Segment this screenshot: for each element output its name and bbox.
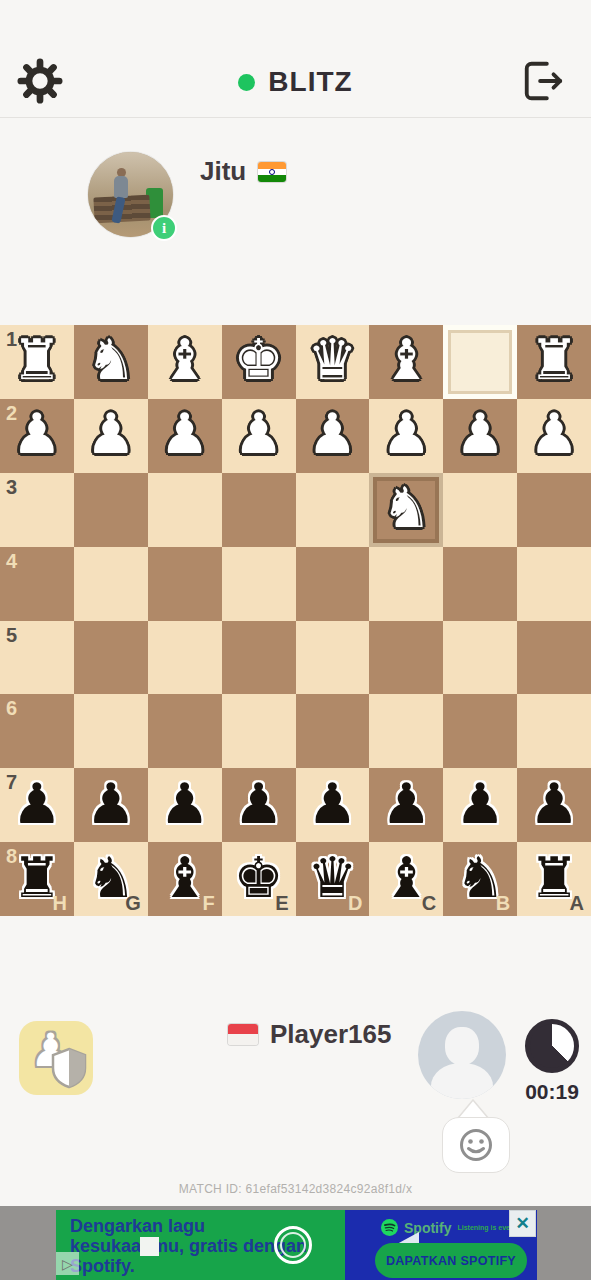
square-b8[interactable]: B♞: [443, 842, 517, 916]
spotify-logo-icon: [381, 1219, 398, 1236]
ad-left-panel: Dengarkan lagu kesukaanmu, gratis dengan…: [56, 1210, 345, 1280]
square-h4[interactable]: 4: [0, 547, 74, 621]
square-d5[interactable]: [296, 621, 370, 695]
square-e8[interactable]: E♚: [222, 842, 296, 916]
player-name-row: Player165: [228, 1019, 391, 1050]
square-d4[interactable]: [296, 547, 370, 621]
player-clock: 00:19: [514, 1080, 590, 1104]
white-bishop: ♝: [381, 332, 431, 388]
white-pawn: ♟: [86, 406, 136, 462]
black-pawn: ♟: [455, 776, 505, 832]
square-b5[interactable]: [443, 621, 517, 695]
file-label: E: [275, 893, 288, 913]
square-h8[interactable]: 8H♜: [0, 842, 74, 916]
white-knight: ♞: [86, 332, 136, 388]
white-rook: ♜: [12, 332, 62, 388]
adchoices-icon[interactable]: ▷: [56, 1252, 79, 1275]
mode-title: BLITZ: [268, 66, 352, 98]
ad-close-button[interactable]: ✕: [509, 1210, 536, 1237]
black-pawn: ♟: [233, 776, 283, 832]
square-d3[interactable]: [296, 473, 370, 547]
square-c4[interactable]: [369, 547, 443, 621]
square-b4[interactable]: [443, 547, 517, 621]
avatar-photo-person: [114, 176, 128, 198]
black-pawn: ♟: [12, 776, 62, 832]
black-pawn: ♟: [160, 776, 210, 832]
square-f1[interactable]: ♝: [148, 325, 222, 399]
square-b7[interactable]: ♟: [443, 768, 517, 842]
match-id: MATCH ID: 61efaf53142d3824c92a8f1d/x: [0, 1182, 591, 1196]
chess-board[interactable]: 1♜♞♝♚♛♝♜2♟♟♟♟♟♟♟♟3♞4567♟♟♟♟♟♟♟♟8H♜G♞F♝E♚…: [0, 325, 591, 916]
square-g6[interactable]: [74, 694, 148, 768]
square-d1[interactable]: ♛: [296, 325, 370, 399]
square-b1[interactable]: [443, 325, 517, 399]
rank-label: 8: [6, 846, 17, 866]
square-c1[interactable]: ♝: [369, 325, 443, 399]
file-label: F: [202, 893, 214, 913]
square-h2[interactable]: 2♟: [0, 399, 74, 473]
square-e1[interactable]: ♚: [222, 325, 296, 399]
shield-icon: [51, 1047, 87, 1089]
rank-label: 1: [6, 329, 17, 349]
ad-cta-button[interactable]: DAPATKAN SPOTIFY: [375, 1243, 527, 1278]
game-screen: BLITZ i Jitu 1♜♞♝♚♛♝♜2♟♟♟♟: [0, 0, 591, 1280]
square-h5[interactable]: 5: [0, 621, 74, 695]
square-g7[interactable]: ♟: [74, 768, 148, 842]
square-b2[interactable]: ♟: [443, 399, 517, 473]
rank-label: 6: [6, 698, 17, 718]
square-a4[interactable]: [517, 547, 591, 621]
file-label: C: [422, 893, 436, 913]
square-g1[interactable]: ♞: [74, 325, 148, 399]
square-d7[interactable]: ♟: [296, 768, 370, 842]
square-a8[interactable]: A♜: [517, 842, 591, 916]
white-pawn: ♟: [233, 406, 283, 462]
white-pawn: ♟: [529, 406, 579, 462]
square-a3[interactable]: [517, 473, 591, 547]
square-f3[interactable]: [148, 473, 222, 547]
square-b3[interactable]: [443, 473, 517, 547]
white-pawn: ♟: [381, 406, 431, 462]
square-f5[interactable]: [148, 621, 222, 695]
white-pawn: ♟: [160, 406, 210, 462]
title-group: BLITZ: [0, 66, 591, 98]
black-pawn: ♟: [529, 776, 579, 832]
square-d8[interactable]: D♛: [296, 842, 370, 916]
ad-art-square: [140, 1237, 159, 1256]
square-g4[interactable]: [74, 547, 148, 621]
rank-label: 7: [6, 772, 17, 792]
square-g3[interactable]: [74, 473, 148, 547]
rank-label: 2: [6, 403, 17, 423]
white-pawn: ♟: [307, 406, 357, 462]
square-h7[interactable]: 7♟: [0, 768, 74, 842]
square-f6[interactable]: [148, 694, 222, 768]
leave-game-button[interactable]: [518, 58, 568, 106]
smiley-icon: [458, 1127, 494, 1163]
player-piece-badge[interactable]: ♟: [19, 1021, 93, 1095]
square-g5[interactable]: [74, 621, 148, 695]
ad-strip: Dengarkan lagu kesukaanmu, gratis dengan…: [0, 1206, 591, 1280]
square-e7[interactable]: ♟: [222, 768, 296, 842]
square-b6[interactable]: [443, 694, 517, 768]
player-name: Player165: [270, 1019, 391, 1050]
white-pawn: ♟: [12, 406, 62, 462]
square-g8[interactable]: G♞: [74, 842, 148, 916]
square-f4[interactable]: [148, 547, 222, 621]
white-knight: ♞: [381, 480, 431, 536]
square-h6[interactable]: 6: [0, 694, 74, 768]
file-label: G: [125, 893, 141, 913]
opponent-name: Jitu: [200, 156, 246, 187]
square-e5[interactable]: [222, 621, 296, 695]
square-a6[interactable]: [517, 694, 591, 768]
file-label: D: [348, 893, 362, 913]
file-label: H: [52, 893, 66, 913]
rank-label: 3: [6, 477, 17, 497]
india-flag-icon: [258, 162, 286, 182]
black-pawn: ♟: [381, 776, 431, 832]
emoji-chat-button[interactable]: [442, 1117, 510, 1173]
player-avatar-placeholder[interactable]: [418, 1011, 506, 1099]
square-e6[interactable]: [222, 694, 296, 768]
square-a5[interactable]: [517, 621, 591, 695]
square-a7[interactable]: ♟: [517, 768, 591, 842]
ad-art-ring-inner: [280, 1232, 306, 1258]
ad-right-panel: Spotify Listening is everything DAPATKAN…: [345, 1210, 537, 1280]
square-e4[interactable]: [222, 547, 296, 621]
white-queen: ♛: [307, 332, 357, 388]
white-bishop: ♝: [160, 332, 210, 388]
silhouette-body: [431, 1063, 493, 1099]
square-g2[interactable]: ♟: [74, 399, 148, 473]
square-f2[interactable]: ♟: [148, 399, 222, 473]
logout-icon: [520, 59, 566, 106]
square-c3[interactable]: ♞: [369, 473, 443, 547]
black-pawn: ♟: [307, 776, 357, 832]
square-e3[interactable]: [222, 473, 296, 547]
ashoka-chakra: [269, 169, 275, 175]
top-bar: BLITZ: [0, 0, 591, 118]
square-c2[interactable]: ♟: [369, 399, 443, 473]
file-label: B: [496, 893, 510, 913]
square-h3[interactable]: 3: [0, 473, 74, 547]
rank-label: 5: [6, 625, 17, 645]
opponent-name-row: Jitu: [200, 156, 286, 187]
square-c6[interactable]: [369, 694, 443, 768]
square-a1[interactable]: ♜: [517, 325, 591, 399]
black-pawn: ♟: [86, 776, 136, 832]
square-f8[interactable]: F♝: [148, 842, 222, 916]
square-c7[interactable]: ♟: [369, 768, 443, 842]
opponent-info-button[interactable]: i: [151, 215, 177, 241]
online-status-dot: [238, 74, 255, 91]
square-e2[interactable]: ♟: [222, 399, 296, 473]
white-rook: ♜: [529, 332, 579, 388]
silhouette-head: [445, 1027, 479, 1065]
square-a2[interactable]: ♟: [517, 399, 591, 473]
rank-label: 4: [6, 551, 17, 571]
square-d6[interactable]: [296, 694, 370, 768]
square-h1[interactable]: 1♜: [0, 325, 74, 399]
square-d2[interactable]: ♟: [296, 399, 370, 473]
file-label: A: [570, 893, 584, 913]
square-c5[interactable]: [369, 621, 443, 695]
ad-art-ring: [274, 1226, 312, 1264]
square-c8[interactable]: C♝: [369, 842, 443, 916]
indonesia-flag-icon: [228, 1024, 258, 1045]
ad-banner[interactable]: Dengarkan lagu kesukaanmu, gratis dengan…: [56, 1210, 537, 1280]
square-f7[interactable]: ♟: [148, 768, 222, 842]
clock-icon: [525, 1019, 579, 1073]
white-king: ♚: [233, 332, 283, 388]
white-pawn: ♟: [455, 406, 505, 462]
